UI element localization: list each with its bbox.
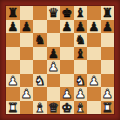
piece-white-pawn[interactable]: ♟ — [48, 60, 59, 73]
piece-black-pawn[interactable]: ♟ — [48, 47, 59, 60]
piece-black-pawn[interactable]: ♟ — [21, 20, 32, 33]
piece-black-knight[interactable]: ♞ — [34, 33, 45, 46]
piece-black-queen[interactable]: ♛ — [48, 6, 59, 19]
square-c6[interactable]: ♞ — [33, 33, 47, 47]
square-e8[interactable]: ♚ — [60, 6, 74, 20]
square-a2[interactable] — [6, 87, 20, 101]
square-f4[interactable] — [74, 60, 88, 74]
square-g6[interactable] — [87, 33, 101, 47]
square-f8[interactable]: ♝ — [74, 6, 88, 20]
square-b8[interactable] — [20, 6, 34, 20]
square-h8[interactable]: ♜ — [101, 6, 115, 20]
square-d5[interactable]: ♟ — [47, 47, 61, 61]
piece-black-pawn[interactable]: ♟ — [75, 20, 86, 33]
square-g3[interactable]: ♟ — [87, 74, 101, 88]
square-a5[interactable] — [6, 47, 20, 61]
piece-black-bishop[interactable]: ♝ — [75, 47, 86, 60]
square-d6[interactable] — [47, 33, 61, 47]
square-b2[interactable]: ♟ — [20, 87, 34, 101]
square-e2[interactable]: ♟ — [60, 87, 74, 101]
square-c2[interactable] — [33, 87, 47, 101]
square-h6[interactable] — [101, 33, 115, 47]
piece-white-pawn[interactable]: ♟ — [102, 87, 113, 100]
piece-white-pawn[interactable]: ♟ — [7, 74, 18, 87]
square-b5[interactable] — [20, 47, 34, 61]
piece-white-pawn[interactable]: ♟ — [88, 74, 99, 87]
square-a3[interactable]: ♟ — [6, 74, 20, 88]
piece-white-queen[interactable]: ♛ — [48, 101, 59, 114]
square-b3[interactable] — [20, 74, 34, 88]
square-a1[interactable]: ♜ — [6, 101, 20, 115]
square-b4[interactable] — [20, 60, 34, 74]
piece-white-rook[interactable]: ♜ — [102, 101, 113, 114]
square-e3[interactable] — [60, 74, 74, 88]
square-e4[interactable] — [60, 60, 74, 74]
square-c5[interactable] — [33, 47, 47, 61]
square-f2[interactable]: ♟ — [74, 87, 88, 101]
square-e1[interactable]: ♚ — [60, 101, 74, 115]
square-c4[interactable] — [33, 60, 47, 74]
square-f7[interactable]: ♟ — [74, 20, 88, 34]
piece-black-rook[interactable]: ♜ — [7, 6, 18, 19]
square-g5[interactable] — [87, 47, 101, 61]
piece-white-knight[interactable]: ♞ — [34, 74, 45, 87]
square-a4[interactable] — [6, 60, 20, 74]
square-g1[interactable] — [87, 101, 101, 115]
square-h5[interactable] — [101, 47, 115, 61]
square-d2[interactable] — [47, 87, 61, 101]
piece-black-king[interactable]: ♚ — [61, 6, 72, 19]
square-h4[interactable] — [101, 60, 115, 74]
square-c1[interactable]: ♝ — [33, 101, 47, 115]
square-d3[interactable] — [47, 74, 61, 88]
square-a6[interactable] — [6, 33, 20, 47]
square-h3[interactable] — [101, 74, 115, 88]
square-b7[interactable]: ♟ — [20, 20, 34, 34]
square-d1[interactable]: ♛ — [47, 101, 61, 115]
square-e6[interactable] — [60, 33, 74, 47]
square-g7[interactable]: ♟ — [87, 20, 101, 34]
square-c7[interactable] — [33, 20, 47, 34]
square-d4[interactable]: ♟ — [47, 60, 61, 74]
chess-board: ♜♛♚♝♜♟♟♟♟♟♟♞♞♟♝♟♟♞♞♟♟♟♟♟♜♝♛♚♝♜ — [6, 6, 114, 114]
square-g2[interactable] — [87, 87, 101, 101]
piece-black-pawn[interactable]: ♟ — [88, 20, 99, 33]
piece-white-king[interactable]: ♚ — [61, 101, 72, 114]
square-c3[interactable]: ♞ — [33, 74, 47, 88]
square-e7[interactable]: ♟ — [60, 20, 74, 34]
square-g8[interactable] — [87, 6, 101, 20]
square-h1[interactable]: ♜ — [101, 101, 115, 115]
square-a8[interactable]: ♜ — [6, 6, 20, 20]
piece-black-knight[interactable]: ♞ — [75, 33, 86, 46]
square-e5[interactable] — [60, 47, 74, 61]
square-g4[interactable] — [87, 60, 101, 74]
piece-white-pawn[interactable]: ♟ — [75, 87, 86, 100]
piece-white-bishop[interactable]: ♝ — [34, 101, 45, 114]
piece-black-pawn[interactable]: ♟ — [61, 20, 72, 33]
square-f5[interactable]: ♝ — [74, 47, 88, 61]
square-f1[interactable]: ♝ — [74, 101, 88, 115]
piece-black-rook[interactable]: ♜ — [102, 6, 113, 19]
square-b6[interactable] — [20, 33, 34, 47]
square-h2[interactable]: ♟ — [101, 87, 115, 101]
piece-white-pawn[interactable]: ♟ — [61, 87, 72, 100]
square-d8[interactable]: ♛ — [47, 6, 61, 20]
square-a7[interactable]: ♟ — [6, 20, 20, 34]
square-f3[interactable]: ♞ — [74, 74, 88, 88]
piece-black-pawn[interactable]: ♟ — [102, 20, 113, 33]
piece-white-knight[interactable]: ♞ — [75, 74, 86, 87]
square-b1[interactable] — [20, 101, 34, 115]
piece-black-pawn[interactable]: ♟ — [7, 20, 18, 33]
piece-white-bishop[interactable]: ♝ — [75, 101, 86, 114]
piece-white-rook[interactable]: ♜ — [7, 101, 18, 114]
square-d7[interactable] — [47, 20, 61, 34]
piece-white-pawn[interactable]: ♟ — [21, 87, 32, 100]
square-f6[interactable]: ♞ — [74, 33, 88, 47]
piece-black-bishop[interactable]: ♝ — [75, 6, 86, 19]
square-c8[interactable] — [33, 6, 47, 20]
square-h7[interactable]: ♟ — [101, 20, 115, 34]
chess-board-frame: ♜♛♚♝♜♟♟♟♟♟♟♞♞♟♝♟♟♞♞♟♟♟♟♟♜♝♛♚♝♜ — [0, 0, 120, 120]
